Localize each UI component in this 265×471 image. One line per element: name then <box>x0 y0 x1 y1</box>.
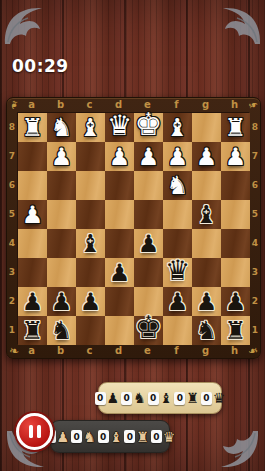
rank-label-5: 5 <box>7 199 17 228</box>
captured-count: 0 <box>98 430 109 443</box>
square-g3[interactable] <box>192 258 221 287</box>
black-pawn-icon[interactable]: ♟ <box>22 290 44 314</box>
black-bishop-icon[interactable]: ♝ <box>79 231 101 256</box>
square-d8[interactable]: ♛ <box>105 113 134 142</box>
white-pawn-icon: ♟ <box>57 430 70 444</box>
black-king-icon[interactable]: ♚ <box>135 312 163 343</box>
rank-label-4: 4 <box>250 228 260 257</box>
square-g2[interactable]: ♟ <box>192 287 221 316</box>
corner-ornament-icon <box>217 427 261 471</box>
captured-count: 0 <box>121 392 132 405</box>
square-b5[interactable] <box>47 200 76 229</box>
file-label-c: c <box>75 98 104 112</box>
rank-label-2: 2 <box>250 286 260 315</box>
captured-count: 0 <box>95 392 106 405</box>
square-b1[interactable]: ♞ <box>47 316 76 345</box>
square-c3[interactable] <box>76 258 105 287</box>
square-c6[interactable] <box>76 171 105 200</box>
game-timer: 00:29 <box>12 56 69 76</box>
square-c8[interactable]: ♝ <box>76 113 105 142</box>
square-h5[interactable] <box>221 200 250 229</box>
captured-black-pawn: 0♟ <box>95 391 120 405</box>
square-a6[interactable] <box>18 171 47 200</box>
square-g5[interactable]: ♝ <box>192 200 221 229</box>
corner-ornament-icon <box>2 4 46 48</box>
square-g4[interactable] <box>192 229 221 258</box>
board-frame: ❧ ❧ ❧ ❧ abcdefgh abcdefgh 87654321 87654… <box>6 97 261 359</box>
file-label-g: g <box>191 98 220 112</box>
chess-app-screen: 00:29 ❧ ❧ ❧ ❧ abcdefgh abcdefgh 87654321… <box>0 0 265 471</box>
captured-white-rook: 0♜ <box>124 430 149 444</box>
square-b8[interactable]: ♞ <box>47 113 76 142</box>
rank-label-7: 7 <box>7 141 17 170</box>
rank-labels-left: 87654321 <box>7 112 17 344</box>
file-label-a: a <box>17 344 46 358</box>
square-d1[interactable] <box>105 316 134 345</box>
captured-white-knight: 0♞ <box>71 430 96 444</box>
square-f2[interactable]: ♟ <box>163 287 192 316</box>
file-labels-top: abcdefgh <box>17 98 249 112</box>
square-h1[interactable]: ♜ <box>221 316 250 345</box>
white-bishop-icon: ♝ <box>110 430 123 444</box>
rank-label-3: 3 <box>250 257 260 286</box>
square-h8[interactable]: ♜ <box>221 113 250 142</box>
black-bishop-icon[interactable]: ♝ <box>195 202 217 227</box>
captured-count: 0 <box>151 430 162 443</box>
white-pawn-icon[interactable]: ♟ <box>22 203 44 227</box>
white-queen-icon: ♛ <box>163 430 176 444</box>
black-pawn-icon[interactable]: ♟ <box>80 290 102 314</box>
captured-black-rook: 0♜ <box>174 391 199 405</box>
black-knight-icon[interactable]: ♞ <box>195 318 217 343</box>
square-e7[interactable]: ♟ <box>134 142 163 171</box>
square-a4[interactable] <box>18 229 47 258</box>
rank-label-5: 5 <box>250 199 260 228</box>
white-knight-icon: ♞ <box>83 430 96 444</box>
square-b6[interactable] <box>47 171 76 200</box>
square-a7[interactable] <box>18 142 47 171</box>
rank-label-4: 4 <box>7 228 17 257</box>
white-pawn-icon[interactable]: ♟ <box>51 145 73 169</box>
square-a5[interactable]: ♟ <box>18 200 47 229</box>
square-c4[interactable]: ♝ <box>76 229 105 258</box>
white-pawn-icon[interactable]: ♟ <box>138 145 160 169</box>
square-f8[interactable]: ♝ <box>163 113 192 142</box>
rank-label-7: 7 <box>250 141 260 170</box>
white-pawn-icon[interactable]: ♟ <box>225 145 247 169</box>
rank-label-2: 2 <box>7 286 17 315</box>
file-label-h: h <box>220 344 249 358</box>
file-label-a: a <box>17 98 46 112</box>
captured-count: 0 <box>124 430 135 443</box>
corner-ornament-icon <box>219 4 263 48</box>
square-e5[interactable] <box>134 200 163 229</box>
white-knight-icon[interactable]: ♞ <box>166 173 188 198</box>
file-label-b: b <box>46 98 75 112</box>
rank-label-6: 6 <box>7 170 17 199</box>
captured-white-pieces-tray: 1♟0♞0♝0♜0♛ <box>50 420 170 453</box>
file-label-h: h <box>220 98 249 112</box>
black-rook-icon[interactable]: ♜ <box>224 318 246 343</box>
captured-count: 0 <box>148 392 159 405</box>
white-pawn-icon[interactable]: ♟ <box>196 145 218 169</box>
rank-label-1: 1 <box>250 315 260 344</box>
white-bishop-icon[interactable]: ♝ <box>79 115 101 140</box>
white-bishop-icon[interactable]: ♝ <box>166 115 188 140</box>
white-knight-icon[interactable]: ♞ <box>50 115 72 140</box>
square-h2[interactable]: ♟ <box>221 287 250 316</box>
square-c1[interactable] <box>76 316 105 345</box>
square-b4[interactable] <box>47 229 76 258</box>
square-f5[interactable] <box>163 200 192 229</box>
white-rook-icon: ♜ <box>136 430 149 444</box>
square-f7[interactable]: ♟ <box>163 142 192 171</box>
file-labels-bottom: abcdefgh <box>17 344 249 358</box>
square-f6[interactable]: ♞ <box>163 171 192 200</box>
captured-black-knight: 0♞ <box>121 391 146 405</box>
square-c2[interactable]: ♟ <box>76 287 105 316</box>
board-squares: ♜♞♝♛♚♝♜♟♟♟♟♟♟♞♟♝♝♟♟♛♟♟♟♟♟♟♜♞♚♞♜ <box>17 112 249 344</box>
captured-white-queen: 0♛ <box>151 430 176 444</box>
square-d4[interactable] <box>105 229 134 258</box>
square-h7[interactable]: ♟ <box>221 142 250 171</box>
square-g6[interactable] <box>192 171 221 200</box>
captured-black-bishop: 0♝ <box>148 391 173 405</box>
white-pawn-icon[interactable]: ♟ <box>109 145 131 169</box>
captured-count: 0 <box>174 392 185 405</box>
white-rook-icon[interactable]: ♜ <box>21 115 43 140</box>
black-pawn-icon: ♟ <box>107 391 120 405</box>
captured-white-bishop: 0♝ <box>98 430 123 444</box>
square-d6[interactable] <box>105 171 134 200</box>
black-rook-icon[interactable]: ♜ <box>21 318 43 343</box>
white-queen-icon[interactable]: ♛ <box>107 112 132 140</box>
pause-button[interactable] <box>16 413 53 450</box>
square-f1[interactable] <box>163 316 192 345</box>
black-rook-icon: ♜ <box>186 391 199 405</box>
square-d5[interactable] <box>105 200 134 229</box>
square-b7[interactable]: ♟ <box>47 142 76 171</box>
black-pawn-icon[interactable]: ♟ <box>225 290 247 314</box>
square-e4[interactable]: ♟ <box>134 229 163 258</box>
file-label-g: g <box>191 344 220 358</box>
square-e1[interactable]: ♚ <box>134 316 163 345</box>
black-pawn-icon[interactable]: ♟ <box>167 290 189 314</box>
rank-label-1: 1 <box>7 315 17 344</box>
square-b3[interactable] <box>47 258 76 287</box>
white-pawn-icon[interactable]: ♟ <box>167 145 189 169</box>
file-label-f: f <box>162 344 191 358</box>
black-pawn-icon[interactable]: ♟ <box>109 261 131 285</box>
file-label-f: f <box>162 98 191 112</box>
white-rook-icon[interactable]: ♜ <box>224 115 246 140</box>
rank-label-3: 3 <box>7 257 17 286</box>
black-knight-icon[interactable]: ♞ <box>50 318 72 343</box>
square-d7[interactable]: ♟ <box>105 142 134 171</box>
black-bishop-icon: ♝ <box>160 391 173 405</box>
black-pawn-icon[interactable]: ♟ <box>138 232 160 256</box>
white-king-icon[interactable]: ♚ <box>135 109 163 140</box>
file-label-e: e <box>133 344 162 358</box>
rank-label-8: 8 <box>250 112 260 141</box>
black-knight-icon: ♞ <box>133 391 146 405</box>
square-g8[interactable] <box>192 113 221 142</box>
rank-labels-right: 87654321 <box>250 112 260 344</box>
file-label-c: c <box>75 344 104 358</box>
pause-icon <box>29 425 33 438</box>
rank-label-8: 8 <box>7 112 17 141</box>
square-a3[interactable] <box>18 258 47 287</box>
square-b2[interactable]: ♟ <box>47 287 76 316</box>
square-a2[interactable]: ♟ <box>18 287 47 316</box>
file-label-d: d <box>104 344 133 358</box>
square-c5[interactable] <box>76 200 105 229</box>
black-queen-icon[interactable]: ♛ <box>165 257 190 285</box>
square-g7[interactable]: ♟ <box>192 142 221 171</box>
square-d3[interactable]: ♟ <box>105 258 134 287</box>
captured-count: 0 <box>201 392 212 405</box>
black-pawn-icon[interactable]: ♟ <box>51 290 73 314</box>
square-d2[interactable] <box>105 287 134 316</box>
square-c7[interactable] <box>76 142 105 171</box>
captured-count: 0 <box>71 430 82 443</box>
square-e3[interactable] <box>134 258 163 287</box>
square-h4[interactable] <box>221 229 250 258</box>
square-f3[interactable]: ♛ <box>163 258 192 287</box>
pause-icon <box>37 425 41 438</box>
square-h3[interactable] <box>221 258 250 287</box>
captured-black-pieces-tray: 0♟0♞0♝0♜0♛ <box>98 382 222 414</box>
square-g1[interactable]: ♞ <box>192 316 221 345</box>
square-e6[interactable] <box>134 171 163 200</box>
square-a8[interactable]: ♜ <box>18 113 47 142</box>
rank-label-6: 6 <box>250 170 260 199</box>
file-label-b: b <box>46 344 75 358</box>
black-queen-icon: ♛ <box>213 391 226 405</box>
captured-black-queen: 0♛ <box>201 391 226 405</box>
square-a1[interactable]: ♜ <box>18 316 47 345</box>
square-h6[interactable] <box>221 171 250 200</box>
black-pawn-icon[interactable]: ♟ <box>196 290 218 314</box>
square-e8[interactable]: ♚ <box>134 113 163 142</box>
